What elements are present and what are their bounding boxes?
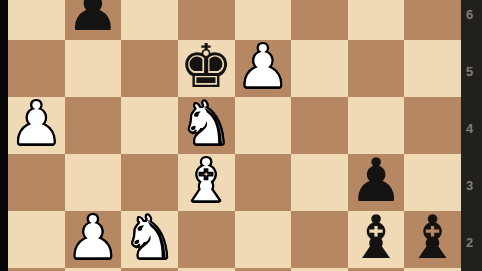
square-d3[interactable]: ♝: [178, 154, 235, 211]
square-c4[interactable]: [121, 97, 178, 154]
rank-label-5: 5: [466, 64, 473, 79]
rank-label-cell-3: 3: [461, 154, 482, 211]
rank-coordinates-strip: 65432: [461, 0, 482, 271]
square-e5[interactable]: ♟: [235, 40, 292, 97]
board-viewport: ♟♚♟♟♞♝♟♟♞♝♝: [8, 0, 461, 271]
square-c2[interactable]: ♞: [121, 211, 178, 268]
rank-label-3: 3: [466, 178, 473, 193]
square-h4[interactable]: [404, 97, 461, 154]
square-f6[interactable]: [291, 0, 348, 40]
square-h5[interactable]: [404, 40, 461, 97]
square-a4[interactable]: ♟: [8, 97, 65, 154]
rank-label-2: 2: [466, 235, 473, 250]
rank-label-cell-6: 6: [461, 0, 482, 40]
rank-label-4: 4: [466, 121, 473, 136]
black-pawn-b6[interactable]: ♟: [66, 0, 120, 38]
square-c5[interactable]: [121, 40, 178, 97]
square-b2[interactable]: ♟: [65, 211, 122, 268]
square-b5[interactable]: [65, 40, 122, 97]
white-bishop-d3[interactable]: ♝: [179, 152, 233, 209]
square-a2[interactable]: [8, 211, 65, 268]
left-edge-background: [0, 0, 8, 271]
rank-label-6: 6: [466, 7, 473, 22]
black-bishop-h2[interactable]: ♝: [406, 209, 460, 266]
square-f3[interactable]: [291, 154, 348, 211]
white-pawn-a4[interactable]: ♟: [9, 95, 63, 152]
square-g6[interactable]: [348, 0, 405, 40]
square-f5[interactable]: [291, 40, 348, 97]
square-h6[interactable]: [404, 0, 461, 40]
rank-label-cell-2: 2: [461, 211, 482, 268]
chess-board-screenshot: ♟♚♟♟♞♝♟♟♞♝♝ 65432: [0, 0, 482, 271]
square-e3[interactable]: [235, 154, 292, 211]
white-knight-c2[interactable]: ♞: [123, 209, 177, 266]
black-king-d5[interactable]: ♚: [179, 38, 233, 95]
square-g5[interactable]: [348, 40, 405, 97]
black-pawn-g3[interactable]: ♟: [349, 152, 403, 209]
white-knight-d4[interactable]: ♞: [179, 95, 233, 152]
square-e4[interactable]: [235, 97, 292, 154]
black-bishop-g2[interactable]: ♝: [349, 209, 403, 266]
rank-coordinates: 65432: [461, 0, 482, 271]
square-b6[interactable]: ♟: [65, 0, 122, 40]
rank-label-cell-4: 4: [461, 97, 482, 154]
square-a3[interactable]: [8, 154, 65, 211]
board: ♟♚♟♟♞♝♟♟♞♝♝: [8, 0, 461, 271]
square-f2[interactable]: [291, 211, 348, 268]
square-h2[interactable]: ♝: [404, 211, 461, 268]
square-e2[interactable]: [235, 211, 292, 268]
square-b4[interactable]: [65, 97, 122, 154]
square-a6[interactable]: [8, 0, 65, 40]
white-pawn-e5[interactable]: ♟: [236, 38, 290, 95]
square-f4[interactable]: [291, 97, 348, 154]
white-pawn-b2[interactable]: ♟: [66, 209, 120, 266]
rank-label-cell-5: 5: [461, 40, 482, 97]
square-g2[interactable]: ♝: [348, 211, 405, 268]
square-c6[interactable]: [121, 0, 178, 40]
square-d2[interactable]: [178, 211, 235, 268]
